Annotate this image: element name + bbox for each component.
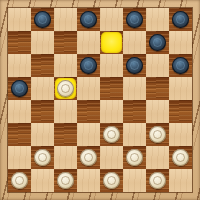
square-d8[interactable]: ⛂: [77, 8, 100, 31]
white-piece-g3[interactable]: ⛀: [149, 126, 166, 143]
black-piece-f6[interactable]: ⛂: [126, 57, 143, 74]
square-a1[interactable]: ⛀: [8, 169, 31, 192]
square-g3[interactable]: ⛀: [146, 123, 169, 146]
square-f3[interactable]: [123, 123, 146, 146]
square-c6[interactable]: [54, 54, 77, 77]
square-f1[interactable]: [123, 169, 146, 192]
square-f5[interactable]: [123, 77, 146, 100]
square-c2[interactable]: [54, 146, 77, 169]
square-f2[interactable]: ⛀: [123, 146, 146, 169]
black-piece-b8[interactable]: ⛂: [34, 11, 51, 28]
white-piece-c1[interactable]: ⛀: [57, 172, 74, 189]
black-piece-d6[interactable]: ⛂: [80, 57, 97, 74]
square-f4[interactable]: [123, 100, 146, 123]
square-e5[interactable]: [100, 77, 123, 100]
square-b3[interactable]: [31, 123, 54, 146]
white-piece-c5[interactable]: ⛀: [57, 80, 74, 97]
black-piece-a5[interactable]: ⛂: [11, 80, 28, 97]
square-g1[interactable]: ⛀: [146, 169, 169, 192]
square-d5[interactable]: [77, 77, 100, 100]
square-d2[interactable]: ⛀: [77, 146, 100, 169]
black-piece-h8[interactable]: ⛂: [172, 11, 189, 28]
white-piece-a1[interactable]: ⛀: [11, 172, 28, 189]
square-g2[interactable]: [146, 146, 169, 169]
square-g6[interactable]: [146, 54, 169, 77]
square-f6[interactable]: ⛂: [123, 54, 146, 77]
black-piece-h6[interactable]: ⛂: [172, 57, 189, 74]
square-e6[interactable]: [100, 54, 123, 77]
square-h2[interactable]: ⛀: [169, 146, 192, 169]
white-piece-g1[interactable]: ⛀: [149, 172, 166, 189]
square-e3[interactable]: ⛀: [100, 123, 123, 146]
square-a6[interactable]: [8, 54, 31, 77]
square-h4[interactable]: [169, 100, 192, 123]
square-f8[interactable]: ⛂: [123, 8, 146, 31]
square-b7[interactable]: [31, 31, 54, 54]
black-piece-d8[interactable]: ⛂: [80, 11, 97, 28]
white-piece-h2[interactable]: ⛀: [172, 149, 189, 166]
square-c8[interactable]: [54, 8, 77, 31]
square-a8[interactable]: [8, 8, 31, 31]
square-b4[interactable]: [31, 100, 54, 123]
square-e1[interactable]: ⛀: [100, 169, 123, 192]
square-h1[interactable]: [169, 169, 192, 192]
square-c7[interactable]: [54, 31, 77, 54]
square-c5[interactable]: ⛀: [54, 77, 77, 100]
square-e2[interactable]: [100, 146, 123, 169]
square-b1[interactable]: [31, 169, 54, 192]
white-piece-f2[interactable]: ⛀: [126, 149, 143, 166]
board-grid: ⛂⛂⛂⛂⛂⛂⛂⛂⛂⛀⛀⛀⛀⛀⛀⛀⛀⛀⛀⛀: [8, 8, 192, 192]
square-a7[interactable]: [8, 31, 31, 54]
black-piece-g7[interactable]: ⛂: [149, 34, 166, 51]
square-b8[interactable]: ⛂: [31, 8, 54, 31]
square-g7[interactable]: ⛂: [146, 31, 169, 54]
black-piece-f8[interactable]: ⛂: [126, 11, 143, 28]
square-h5[interactable]: [169, 77, 192, 100]
white-piece-e1[interactable]: ⛀: [103, 172, 120, 189]
square-d6[interactable]: ⛂: [77, 54, 100, 77]
square-a5[interactable]: ⛂: [8, 77, 31, 100]
move-highlight: [101, 32, 122, 53]
square-e8[interactable]: [100, 8, 123, 31]
square-d3[interactable]: [77, 123, 100, 146]
square-a4[interactable]: [8, 100, 31, 123]
square-f7[interactable]: [123, 31, 146, 54]
square-g8[interactable]: [146, 8, 169, 31]
square-h7[interactable]: [169, 31, 192, 54]
white-piece-b2[interactable]: ⛀: [34, 149, 51, 166]
square-b5[interactable]: [31, 77, 54, 100]
square-d4[interactable]: [77, 100, 100, 123]
square-c3[interactable]: [54, 123, 77, 146]
square-g5[interactable]: [146, 77, 169, 100]
square-h6[interactable]: ⛂: [169, 54, 192, 77]
checkers-board: ⛂⛂⛂⛂⛂⛂⛂⛂⛂⛀⛀⛀⛀⛀⛀⛀⛀⛀⛀⛀: [0, 0, 200, 200]
square-d7[interactable]: [77, 31, 100, 54]
square-c1[interactable]: ⛀: [54, 169, 77, 192]
square-b2[interactable]: ⛀: [31, 146, 54, 169]
square-e4[interactable]: [100, 100, 123, 123]
white-piece-d2[interactable]: ⛀: [80, 149, 97, 166]
square-e7[interactable]: [100, 31, 123, 54]
square-h3[interactable]: [169, 123, 192, 146]
square-h8[interactable]: ⛂: [169, 8, 192, 31]
square-a3[interactable]: [8, 123, 31, 146]
square-d1[interactable]: [77, 169, 100, 192]
square-g4[interactable]: [146, 100, 169, 123]
square-c4[interactable]: [54, 100, 77, 123]
square-b6[interactable]: [31, 54, 54, 77]
square-a2[interactable]: [8, 146, 31, 169]
white-piece-e3[interactable]: ⛀: [103, 126, 120, 143]
